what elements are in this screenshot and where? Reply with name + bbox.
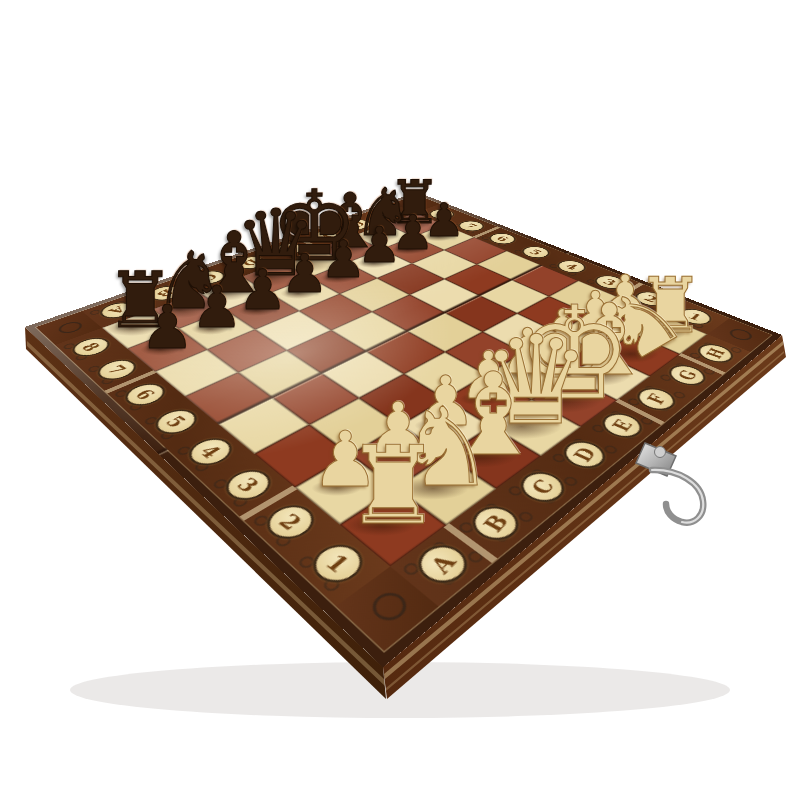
black-pawn-d7: ♟	[281, 248, 329, 301]
product-photo-stage: ABCDEFGHABCDEFGH1234567812345678 ♜♞♝♛♚♝♞…	[0, 0, 800, 800]
black-pawn-c7: ♟	[238, 263, 288, 318]
white-rook-a1: ♜	[345, 432, 442, 540]
black-pawn-b7: ♟	[191, 279, 243, 337]
black-pawn-a7: ♟	[140, 297, 194, 357]
